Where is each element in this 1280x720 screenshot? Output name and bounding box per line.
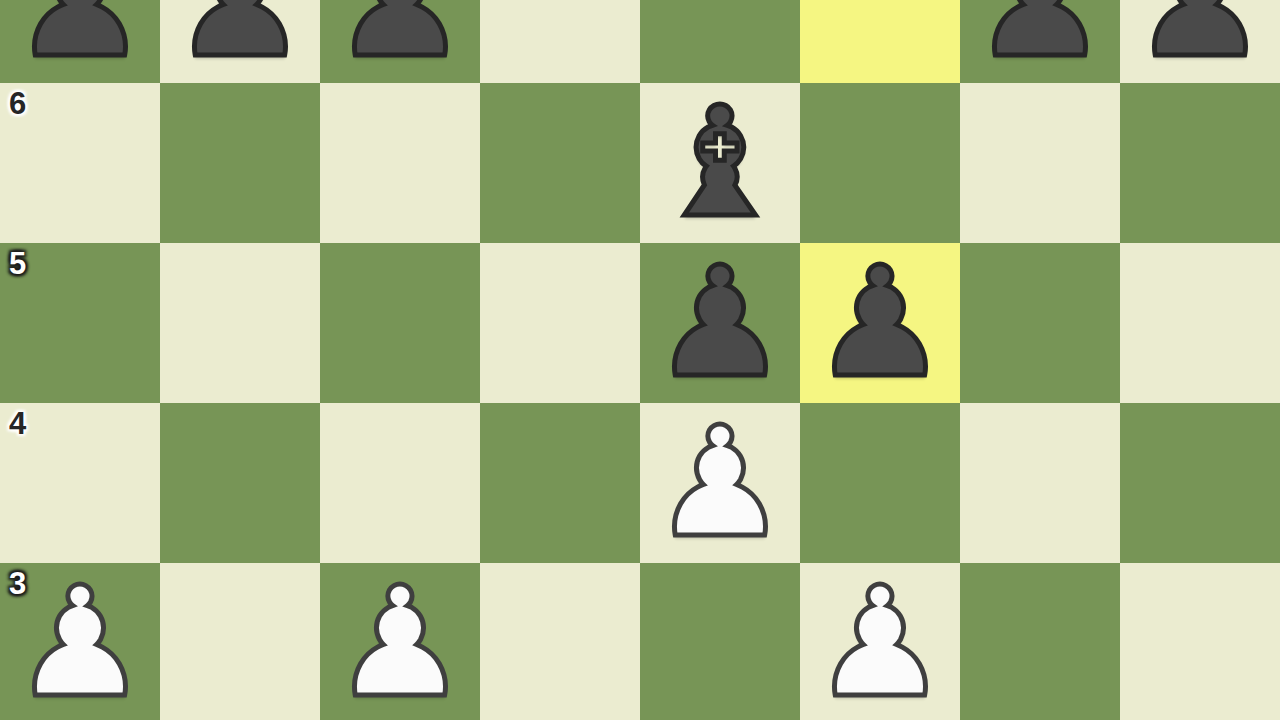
square-h4[interactable] [1120,403,1280,563]
square-e3[interactable] [640,563,800,720]
square-f4[interactable] [800,403,960,563]
square-a3[interactable]: 3♟ [0,563,160,720]
square-g4[interactable] [960,403,1120,563]
square-e7[interactable] [640,0,800,83]
white-pawn[interactable]: ♟ [800,563,960,720]
square-f6[interactable] [800,83,960,243]
square-h6[interactable] [1120,83,1280,243]
square-c7[interactable]: ♟ [320,0,480,83]
square-c4[interactable] [320,403,480,563]
white-pawn[interactable]: ♟ [640,403,800,563]
square-g7[interactable]: ♟ [960,0,1120,83]
square-a4[interactable]: 4 [0,403,160,563]
square-b6[interactable] [160,83,320,243]
square-g3[interactable] [960,563,1120,720]
square-h3[interactable] [1120,563,1280,720]
square-b5[interactable] [160,243,320,403]
square-h7[interactable]: ♟ [1120,0,1280,83]
square-a6[interactable]: 6 [0,83,160,243]
square-e4[interactable]: ♟ [640,403,800,563]
rank-label-6: 6 [9,88,26,119]
square-b7[interactable]: ♟ [160,0,320,83]
square-f3[interactable]: ♟ [800,563,960,720]
square-d3[interactable] [480,563,640,720]
black-bishop[interactable]: ♝ [640,83,800,243]
black-pawn[interactable]: ♟ [160,0,320,83]
rank-label-5: 5 [9,248,26,279]
black-pawn[interactable]: ♟ [960,0,1120,83]
white-pawn[interactable]: ♟ [320,563,480,720]
square-g5[interactable] [960,243,1120,403]
square-d5[interactable] [480,243,640,403]
black-pawn[interactable]: ♟ [640,243,800,403]
square-d6[interactable] [480,83,640,243]
square-a5[interactable]: 5 [0,243,160,403]
square-d7[interactable] [480,0,640,83]
chess-board[interactable]: ♟♟♟♟♟6♝5♟♟4♟3♟♟♟ [0,0,1280,720]
square-d4[interactable] [480,403,640,563]
square-b3[interactable] [160,563,320,720]
square-e6[interactable]: ♝ [640,83,800,243]
square-b4[interactable] [160,403,320,563]
black-pawn[interactable]: ♟ [800,243,960,403]
square-f5[interactable]: ♟ [800,243,960,403]
rank-label-4: 4 [9,408,26,439]
square-c3[interactable]: ♟ [320,563,480,720]
square-g6[interactable] [960,83,1120,243]
rank-label-3: 3 [9,568,26,599]
black-pawn[interactable]: ♟ [0,0,160,83]
square-e5[interactable]: ♟ [640,243,800,403]
square-f7[interactable] [800,0,960,83]
square-c6[interactable] [320,83,480,243]
black-pawn[interactable]: ♟ [1120,0,1280,83]
square-h5[interactable] [1120,243,1280,403]
black-pawn[interactable]: ♟ [320,0,480,83]
square-c5[interactable] [320,243,480,403]
square-a7[interactable]: ♟ [0,0,160,83]
